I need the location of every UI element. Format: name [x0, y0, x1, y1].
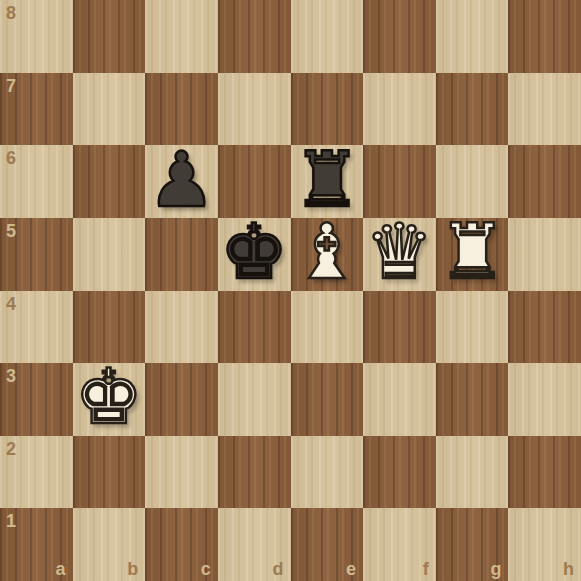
rank-label-3: 3 — [6, 367, 16, 385]
square-c8[interactable] — [145, 0, 218, 73]
black-rook[interactable]: ♜ — [293, 144, 361, 216]
white-bishop[interactable]: ♝ — [293, 216, 361, 288]
square-a1[interactable]: 1a — [0, 508, 73, 581]
square-g4[interactable] — [436, 291, 509, 364]
square-h5[interactable] — [508, 218, 581, 291]
square-e2[interactable] — [291, 436, 364, 509]
square-h3[interactable] — [508, 363, 581, 436]
square-c6[interactable]: ♟ — [145, 145, 218, 218]
square-a3[interactable]: 3 — [0, 363, 73, 436]
square-d2[interactable] — [218, 436, 291, 509]
square-h1[interactable]: h — [508, 508, 581, 581]
file-label-c: c — [201, 560, 211, 578]
square-f1[interactable]: f — [363, 508, 436, 581]
rank-label-2: 2 — [6, 440, 16, 458]
square-d5[interactable]: ♚ — [218, 218, 291, 291]
white-king[interactable]: ♚ — [75, 361, 143, 433]
square-d8[interactable] — [218, 0, 291, 73]
square-f3[interactable] — [363, 363, 436, 436]
square-e1[interactable]: e — [291, 508, 364, 581]
rank-label-1: 1 — [6, 512, 16, 530]
square-e4[interactable] — [291, 291, 364, 364]
rank-label-8: 8 — [6, 4, 16, 22]
square-b5[interactable] — [73, 218, 146, 291]
square-h8[interactable] — [508, 0, 581, 73]
square-c4[interactable] — [145, 291, 218, 364]
square-a5[interactable]: 5 — [0, 218, 73, 291]
square-b2[interactable] — [73, 436, 146, 509]
file-label-b: b — [127, 560, 138, 578]
file-label-f: f — [423, 560, 429, 578]
black-king[interactable]: ♚ — [220, 216, 288, 288]
square-b8[interactable] — [73, 0, 146, 73]
square-g3[interactable] — [436, 363, 509, 436]
square-d3[interactable] — [218, 363, 291, 436]
square-f5[interactable]: ♛ — [363, 218, 436, 291]
file-label-d: d — [273, 560, 284, 578]
square-e5[interactable]: ♝ — [291, 218, 364, 291]
square-h6[interactable] — [508, 145, 581, 218]
square-h7[interactable] — [508, 73, 581, 146]
square-b7[interactable] — [73, 73, 146, 146]
square-a6[interactable]: 6 — [0, 145, 73, 218]
square-f4[interactable] — [363, 291, 436, 364]
square-f2[interactable] — [363, 436, 436, 509]
square-h4[interactable] — [508, 291, 581, 364]
square-c1[interactable]: c — [145, 508, 218, 581]
file-label-e: e — [346, 560, 356, 578]
rank-label-7: 7 — [6, 77, 16, 95]
square-h2[interactable] — [508, 436, 581, 509]
square-b1[interactable]: b — [73, 508, 146, 581]
black-pawn[interactable]: ♟ — [147, 144, 215, 216]
square-b3[interactable]: ♚ — [73, 363, 146, 436]
square-g1[interactable]: g — [436, 508, 509, 581]
file-label-h: h — [563, 560, 574, 578]
chess-board: 876♟♜5♚♝♛♜43♚21abcdefgh — [0, 0, 581, 581]
square-e8[interactable] — [291, 0, 364, 73]
square-a8[interactable]: 8 — [0, 0, 73, 73]
square-g5[interactable]: ♜ — [436, 218, 509, 291]
rank-label-5: 5 — [6, 222, 16, 240]
rank-label-6: 6 — [6, 149, 16, 167]
white-queen[interactable]: ♛ — [365, 216, 433, 288]
square-d7[interactable] — [218, 73, 291, 146]
square-d1[interactable]: d — [218, 508, 291, 581]
file-label-a: a — [56, 560, 66, 578]
file-label-g: g — [490, 560, 501, 578]
square-f7[interactable] — [363, 73, 436, 146]
square-c3[interactable] — [145, 363, 218, 436]
square-c2[interactable] — [145, 436, 218, 509]
square-a4[interactable]: 4 — [0, 291, 73, 364]
square-a7[interactable]: 7 — [0, 73, 73, 146]
square-g8[interactable] — [436, 0, 509, 73]
square-g7[interactable] — [436, 73, 509, 146]
square-e3[interactable] — [291, 363, 364, 436]
square-a2[interactable]: 2 — [0, 436, 73, 509]
square-b6[interactable] — [73, 145, 146, 218]
white-rook[interactable]: ♜ — [438, 216, 506, 288]
rank-label-4: 4 — [6, 295, 16, 313]
square-g2[interactable] — [436, 436, 509, 509]
square-f8[interactable] — [363, 0, 436, 73]
square-d4[interactable] — [218, 291, 291, 364]
square-c5[interactable] — [145, 218, 218, 291]
